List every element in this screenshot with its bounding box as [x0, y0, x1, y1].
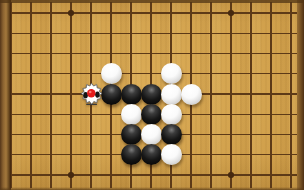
star-point: [68, 10, 73, 15]
black-stone: [141, 84, 162, 105]
star-point: [68, 172, 73, 177]
grid-line-vertical: [30, 2, 31, 188]
grid-line-vertical: [290, 2, 291, 188]
grid-line-horizontal: [10, 33, 298, 34]
black-stone: [161, 124, 182, 145]
white-stone: [161, 84, 182, 105]
white-stone: [141, 124, 162, 145]
grid-line-vertical: [70, 2, 71, 188]
black-stone: [121, 124, 142, 145]
grid-line-vertical: [250, 2, 251, 188]
white-stone: [161, 63, 182, 84]
grid-line-vertical: [210, 2, 211, 188]
star-point: [228, 10, 233, 15]
grid-line-horizontal: [10, 73, 298, 74]
white-stone: [161, 104, 182, 125]
grid-line-horizontal: [10, 53, 298, 54]
glove-cursor-icon: [79, 82, 104, 111]
white-stone: [121, 104, 142, 125]
grid-line-vertical: [270, 2, 271, 188]
black-stone: [121, 144, 142, 165]
white-stone: [161, 144, 182, 165]
grid-line-horizontal: [10, 174, 298, 175]
black-stone: [141, 144, 162, 165]
grid-line-horizontal: [10, 12, 298, 13]
star-point: [228, 172, 233, 177]
gomoku-board[interactable]: [0, 0, 304, 190]
white-stone: [181, 84, 202, 105]
grid-line-vertical: [230, 2, 231, 188]
black-stone: [121, 84, 142, 105]
game-screenshot: [0, 0, 304, 190]
grid-line-vertical: [10, 2, 11, 188]
grid-line-vertical: [50, 2, 51, 188]
black-stone: [141, 104, 162, 125]
